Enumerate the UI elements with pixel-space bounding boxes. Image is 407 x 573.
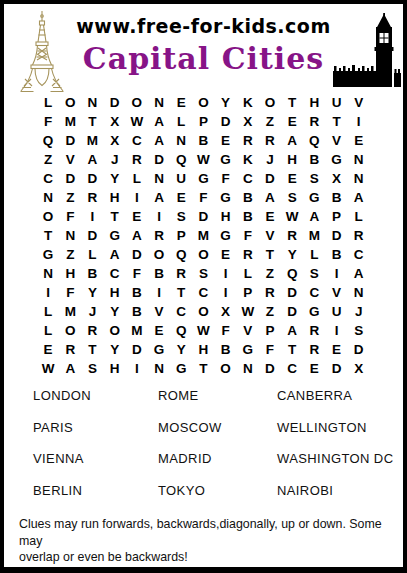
grid-cell-r2c15[interactable]: I (348, 112, 370, 131)
grid-cell-r12c11[interactable]: Z (259, 302, 281, 321)
grid-cell-r4c8[interactable]: W (192, 150, 214, 169)
grid-cell-r7c14[interactable]: P (325, 207, 347, 226)
grid-cell-r9c7[interactable]: Q (170, 245, 192, 264)
grid-cell-r6c2[interactable]: Z (59, 188, 81, 207)
grid-cell-r10c2[interactable]: H (59, 264, 81, 283)
grid-cell-r9c4[interactable]: A (104, 245, 126, 264)
grid-cell-r8c12[interactable]: R (281, 226, 303, 245)
grid-cell-r10c11[interactable]: Z (259, 264, 281, 283)
grid-cell-r6c4[interactable]: H (104, 188, 126, 207)
grid-cell-r15c9[interactable]: O (215, 359, 237, 378)
grid-cell-r3c4[interactable]: X (104, 131, 126, 150)
grid-cell-r7c2[interactable]: F (59, 207, 81, 226)
grid-cell-r4c11[interactable]: J (259, 150, 281, 169)
grid-cell-r10c9[interactable]: I (215, 264, 237, 283)
grid-cell-r9c13[interactable]: L (303, 245, 325, 264)
grid-cell-r14c4[interactable]: Y (104, 340, 126, 359)
grid-cell-r13c8[interactable]: W (192, 321, 214, 340)
grid-cell-r2c2[interactable]: M (59, 112, 81, 131)
grid-cell-r13c11[interactable]: P (259, 321, 281, 340)
grid-cell-r3c1[interactable]: Q (37, 131, 59, 150)
grid-cell-r3c9[interactable]: E (215, 131, 237, 150)
grid-cell-r3c12[interactable]: A (281, 131, 303, 150)
grid-cell-r7c11[interactable]: E (259, 207, 281, 226)
grid-cell-r8c1[interactable]: T (37, 226, 59, 245)
grid-cell-r3c10[interactable]: R (237, 131, 259, 150)
header: www.free-for-kids.com Capital Cities (4, 4, 403, 93)
grid-cell-r6c11[interactable]: A (259, 188, 281, 207)
worksheet-page: www.free-for-kids.com Capital Cities (0, 0, 407, 573)
grid-cell-r9c1[interactable]: G (37, 245, 59, 264)
grid-cell-r14c1[interactable]: E (37, 340, 59, 359)
grid-cell-r8c7[interactable]: P (170, 226, 192, 245)
grid-cell-r12c15[interactable]: J (348, 302, 370, 321)
grid-cell-r15c10[interactable]: N (237, 359, 259, 378)
grid-cell-r13c5[interactable]: M (126, 321, 148, 340)
grid-cell-r8c13[interactable]: M (303, 226, 325, 245)
grid-cell-r3c7[interactable]: N (170, 131, 192, 150)
grid-cell-r2c8[interactable]: P (192, 112, 214, 131)
grid-cell-r10c12[interactable]: Q (281, 264, 303, 283)
grid-cell-r11c15[interactable]: N (348, 283, 370, 302)
word-list-column-2: ROMEMOSCOWMADRIDTOKYO (158, 388, 277, 514)
grid-cell-r2c6[interactable]: A (148, 112, 170, 131)
grid-cell-r3c11[interactable]: R (259, 131, 281, 150)
grid-cell-r1c9[interactable]: Y (215, 93, 237, 112)
grid-cell-r15c13[interactable]: E (303, 359, 325, 378)
grid-cell-r6c1[interactable]: N (37, 188, 59, 207)
grid-cell-r1c15[interactable]: V (348, 93, 370, 112)
grid-cell-r15c4[interactable]: H (104, 359, 126, 378)
grid-cell-r5c10[interactable]: C (237, 169, 259, 188)
grid-cell-r15c12[interactable]: C (281, 359, 303, 378)
grid-cell-r3c3[interactable]: M (81, 131, 103, 150)
grid-cell-r7c8[interactable]: D (192, 207, 214, 226)
grid-cell-r15c7[interactable]: G (170, 359, 192, 378)
grid-cell-r8c5[interactable]: A (126, 226, 148, 245)
grid-cell-r13c9[interactable]: F (215, 321, 237, 340)
grid-cell-r4c2[interactable]: V (59, 150, 81, 169)
grid-cell-r5c8[interactable]: G (192, 169, 214, 188)
grid-cell-r12c12[interactable]: D (281, 302, 303, 321)
grid-cell-r2c12[interactable]: E (281, 112, 303, 131)
grid-cell-r5c14[interactable]: X (325, 169, 347, 188)
grid-cell-r11c1[interactable]: I (37, 283, 59, 302)
instructions-line1: Clues may run forwards, backwards,diagon… (19, 516, 388, 549)
grid-cell-r15c6[interactable]: N (148, 359, 170, 378)
grid-cell-r14c3[interactable]: T (81, 340, 103, 359)
grid-cell-r10c8[interactable]: S (192, 264, 214, 283)
grid-cell-r2c3[interactable]: T (81, 112, 103, 131)
grid-cell-r13c6[interactable]: E (148, 321, 170, 340)
grid-cell-r15c11[interactable]: D (259, 359, 281, 378)
word-list-item: MADRID (158, 451, 277, 483)
grid-cell-r7c13[interactable]: A (303, 207, 325, 226)
grid-cell-r7c4[interactable]: T (104, 207, 126, 226)
word-list-item: NAIROBI (277, 483, 403, 515)
grid-cell-r10c6[interactable]: B (148, 264, 170, 283)
grid-cell-r7c6[interactable]: I (148, 207, 170, 226)
grid-cell-r13c3[interactable]: R (81, 321, 103, 340)
grid-cell-r9c10[interactable]: R (237, 245, 259, 264)
grid-cell-r3c15[interactable]: E (348, 131, 370, 150)
grid-cell-r11c9[interactable]: I (215, 283, 237, 302)
grid-cell-r7c10[interactable]: B (237, 207, 259, 226)
grid-cell-r8c8[interactable]: M (192, 226, 214, 245)
word-list-item: BERLIN (33, 483, 158, 515)
grid-cell-r8c4[interactable]: G (104, 226, 126, 245)
grid-cell-r6c9[interactable]: G (215, 188, 237, 207)
grid-cell-r3c5[interactable]: C (126, 131, 148, 150)
grid-cell-r6c5[interactable]: I (126, 188, 148, 207)
grid-cell-r1c3[interactable]: N (81, 93, 103, 112)
instructions-text: Clues may run forwards, backwards,diagon… (4, 516, 403, 566)
grid-cell-r11c8[interactable]: C (192, 283, 214, 302)
grid-cell-r5c4[interactable]: Y (104, 169, 126, 188)
grid-cell-r14c10[interactable]: G (237, 340, 259, 359)
grid-cell-r4c6[interactable]: D (148, 150, 170, 169)
grid-cell-r1c7[interactable]: E (170, 93, 192, 112)
grid-cell-r1c13[interactable]: H (303, 93, 325, 112)
grid-cell-r11c10[interactable]: P (237, 283, 259, 302)
grid-cell-r12c13[interactable]: G (303, 302, 325, 321)
grid-cell-r8c15[interactable]: R (348, 226, 370, 245)
grid-cell-r14c5[interactable]: D (126, 340, 148, 359)
grid-cell-r15c5[interactable]: I (126, 359, 148, 378)
grid-cell-r11c12[interactable]: D (281, 283, 303, 302)
grid-cell-r14c15[interactable]: D (348, 340, 370, 359)
grid-cell-r11c5[interactable]: B (126, 283, 148, 302)
grid-cell-r6c3[interactable]: R (81, 188, 103, 207)
grid-cell-r4c12[interactable]: H (281, 150, 303, 169)
word-list-item: PARIS (33, 420, 158, 452)
grid-cell-r12c3[interactable]: J (81, 302, 103, 321)
grid-cell-r13c13[interactable]: R (303, 321, 325, 340)
grid-cell-r1c12[interactable]: T (281, 93, 303, 112)
grid-cell-r4c4[interactable]: J (104, 150, 126, 169)
grid-cell-r7c1[interactable]: O (37, 207, 59, 226)
grid-cell-r6c6[interactable]: A (148, 188, 170, 207)
grid-cell-r10c13[interactable]: S (303, 264, 325, 283)
grid-cell-r1c11[interactable]: O (259, 93, 281, 112)
grid-cell-r1c4[interactable]: D (104, 93, 126, 112)
grid-cell-r12c5[interactable]: B (126, 302, 148, 321)
grid-cell-r4c7[interactable]: Q (170, 150, 192, 169)
grid-cell-r9c3[interactable]: L (81, 245, 103, 264)
grid-cell-r14c7[interactable]: Y (170, 340, 192, 359)
grid-cell-r8c2[interactable]: N (59, 226, 81, 245)
grid-cell-r4c9[interactable]: G (215, 150, 237, 169)
grid-cell-r5c7[interactable]: U (170, 169, 192, 188)
grid-cell-r10c5[interactable]: F (126, 264, 148, 283)
grid-cell-r13c4[interactable]: O (104, 321, 126, 340)
grid-cell-r5c11[interactable]: D (259, 169, 281, 188)
grid-cell-r13c2[interactable]: O (59, 321, 81, 340)
grid-cell-r2c9[interactable]: D (215, 112, 237, 131)
grid-cell-r2c14[interactable]: T (325, 112, 347, 131)
grid-cell-r12c6[interactable]: V (148, 302, 170, 321)
grid-cell-r6c15[interactable]: A (348, 188, 370, 207)
grid-cell-r13c12[interactable]: A (281, 321, 303, 340)
grid-cell-r14c8[interactable]: H (192, 340, 214, 359)
grid-cell-r1c8[interactable]: O (192, 93, 214, 112)
word-list-column-1: LONDONPARISVIENNABERLIN (33, 388, 158, 514)
grid-cell-r6c8[interactable]: F (192, 188, 214, 207)
grid-cell-r8c11[interactable]: V (259, 226, 281, 245)
word-list-item: LONDON (33, 388, 158, 420)
grid-cell-r15c2[interactable]: A (59, 359, 81, 378)
grid-cell-r8c9[interactable]: G (215, 226, 237, 245)
grid-cell-r4c1[interactable]: Z (37, 150, 59, 169)
grid-cell-r10c15[interactable]: A (348, 264, 370, 283)
grid-cell-r2c7[interactable]: L (170, 112, 192, 131)
grid-cell-r7c3[interactable]: I (81, 207, 103, 226)
word-list-item: ROME (158, 388, 277, 420)
grid-cell-r6c14[interactable]: B (325, 188, 347, 207)
grid-cell-r9c9[interactable]: E (215, 245, 237, 264)
grid-cell-r7c15[interactable]: L (348, 207, 370, 226)
grid-cell-r9c12[interactable]: Y (281, 245, 303, 264)
grid-cell-r5c5[interactable]: L (126, 169, 148, 188)
grid-cell-r5c6[interactable]: N (148, 169, 170, 188)
grid-cell-r11c6[interactable]: I (148, 283, 170, 302)
grid-cell-r9c15[interactable]: C (348, 245, 370, 264)
grid-cell-r2c5[interactable]: W (126, 112, 148, 131)
grid-cell-r4c3[interactable]: A (81, 150, 103, 169)
grid-cell-r11c13[interactable]: C (303, 283, 325, 302)
grid-cell-r7c5[interactable]: E (126, 207, 148, 226)
grid-cell-r12c7[interactable]: C (170, 302, 192, 321)
word-list-item: WELLINGTON (277, 420, 403, 452)
grid-cell-r6c7[interactable]: E (170, 188, 192, 207)
grid-cell-r14c13[interactable]: R (303, 340, 325, 359)
grid-cell-r2c11[interactable]: Z (259, 112, 281, 131)
grid-cell-r15c3[interactable]: S (81, 359, 103, 378)
word-list-column-3: CANBERRAWELLINGTONWASHINGTON DCNAIROBI (277, 388, 403, 514)
wordsearch-grid: LONDONEOYKOTHUVFMTXWALPDXZERTIQDMXCANBER… (37, 93, 370, 378)
word-list: LONDONPARISVIENNABERLINROMEMOSCOWMADRIDT… (4, 388, 403, 514)
grid-cell-r3c6[interactable]: A (148, 131, 170, 150)
grid-cell-r5c3[interactable]: D (81, 169, 103, 188)
grid-cell-r1c14[interactable]: U (325, 93, 347, 112)
grid-cell-r11c4[interactable]: H (104, 283, 126, 302)
grid-cell-r10c7[interactable]: R (170, 264, 192, 283)
grid-cell-r2c1[interactable]: F (37, 112, 59, 131)
grid-cell-r7c12[interactable]: W (281, 207, 303, 226)
word-list-item: WASHINGTON DC (277, 451, 403, 483)
grid-cell-r11c7[interactable]: T (170, 283, 192, 302)
grid-cell-r4c13[interactable]: B (303, 150, 325, 169)
grid-cell-r13c1[interactable]: L (37, 321, 59, 340)
grid-cell-r3c8[interactable]: B (192, 131, 214, 150)
grid-cell-r8c3[interactable]: D (81, 226, 103, 245)
grid-cell-r13c14[interactable]: I (325, 321, 347, 340)
grid-cell-r14c11[interactable]: F (259, 340, 281, 359)
word-list-item: CANBERRA (277, 388, 403, 420)
grid-cell-r11c2[interactable]: F (59, 283, 81, 302)
grid-cell-r11c11[interactable]: R (259, 283, 281, 302)
grid-cell-r12c4[interactable]: Y (104, 302, 126, 321)
grid-cell-r1c6[interactable]: N (148, 93, 170, 112)
grid-cell-r13c15[interactable]: S (348, 321, 370, 340)
word-list-item: MOSCOW (158, 420, 277, 452)
grid-cell-r5c1[interactable]: C (37, 169, 59, 188)
grid-cell-r5c9[interactable]: F (215, 169, 237, 188)
grid-cell-r6c13[interactable]: G (303, 188, 325, 207)
grid-cell-r9c11[interactable]: T (259, 245, 281, 264)
grid-cell-r12c9[interactable]: X (215, 302, 237, 321)
grid-cell-r15c1[interactable]: W (37, 359, 59, 378)
grid-cell-r9c5[interactable]: D (126, 245, 148, 264)
grid-cell-r5c13[interactable]: S (303, 169, 325, 188)
grid-cell-r15c14[interactable]: D (325, 359, 347, 378)
grid-cell-r4c10[interactable]: K (237, 150, 259, 169)
grid-cell-r15c15[interactable]: X (348, 359, 370, 378)
grid-cell-r11c3[interactable]: Y (81, 283, 103, 302)
grid-cell-r10c10[interactable]: L (237, 264, 259, 283)
grid-cell-r14c12[interactable]: T (281, 340, 303, 359)
grid-cell-r7c9[interactable]: H (215, 207, 237, 226)
grid-cell-r6c12[interactable]: S (281, 188, 303, 207)
grid-cell-r9c8[interactable]: O (192, 245, 214, 264)
grid-cell-r12c1[interactable]: L (37, 302, 59, 321)
grid-cell-r5c12[interactable]: E (281, 169, 303, 188)
word-list-item: TOKYO (158, 483, 277, 515)
grid-cell-r1c5[interactable]: O (126, 93, 148, 112)
copyright-text: © www.free-for-kids.com 2010 (4, 570, 403, 573)
grid-cell-r14c2[interactable]: R (59, 340, 81, 359)
grid-cell-r3c2[interactable]: D (59, 131, 81, 150)
grid-cell-r2c13[interactable]: R (303, 112, 325, 131)
grid-cell-r4c15[interactable]: N (348, 150, 370, 169)
grid-cell-r8c10[interactable]: F (237, 226, 259, 245)
grid-cell-r9c2[interactable]: Z (59, 245, 81, 264)
grid-cell-r4c5[interactable]: R (126, 150, 148, 169)
grid-cell-r10c1[interactable]: N (37, 264, 59, 283)
grid-cell-r12c14[interactable]: U (325, 302, 347, 321)
grid-cell-r6c10[interactable]: B (237, 188, 259, 207)
grid-cell-r13c7[interactable]: Q (170, 321, 192, 340)
grid-cell-r13c10[interactable]: V (237, 321, 259, 340)
grid-cell-r3c14[interactable]: V (325, 131, 347, 150)
grid-cell-r1c10[interactable]: K (237, 93, 259, 112)
grid-cell-r7c7[interactable]: S (170, 207, 192, 226)
grid-cell-r2c10[interactable]: X (237, 112, 259, 131)
grid-cell-r8c14[interactable]: D (325, 226, 347, 245)
grid-cell-r5c2[interactable]: D (59, 169, 81, 188)
grid-cell-r14c9[interactable]: B (215, 340, 237, 359)
grid-cell-r2c4[interactable]: X (104, 112, 126, 131)
grid-cell-r9c6[interactable]: O (148, 245, 170, 264)
instructions-line2: overlap or even be backwards! (19, 549, 388, 566)
grid-cell-r9c14[interactable]: B (325, 245, 347, 264)
grid-cell-r10c4[interactable]: C (104, 264, 126, 283)
eiffel-tower-icon (16, 10, 68, 100)
grid-cell-r11c14[interactable]: V (325, 283, 347, 302)
word-list-item: VIENNA (33, 451, 158, 483)
grid-cell-r12c8[interactable]: O (192, 302, 214, 321)
grid-cell-r14c6[interactable]: G (148, 340, 170, 359)
grid-cell-r12c10[interactable]: W (237, 302, 259, 321)
grid-cell-r10c14[interactable]: I (325, 264, 347, 283)
grid-cell-r3c13[interactable]: Q (303, 131, 325, 150)
big-ben-icon (333, 13, 401, 95)
grid-cell-r8c6[interactable]: R (148, 226, 170, 245)
grid-cell-r10c3[interactable]: B (81, 264, 103, 283)
grid-cell-r15c8[interactable]: T (192, 359, 214, 378)
grid-cell-r4c14[interactable]: G (325, 150, 347, 169)
grid-cell-r12c2[interactable]: M (59, 302, 81, 321)
grid-cell-r14c14[interactable]: E (325, 340, 347, 359)
grid-cell-r5c15[interactable]: N (348, 169, 370, 188)
